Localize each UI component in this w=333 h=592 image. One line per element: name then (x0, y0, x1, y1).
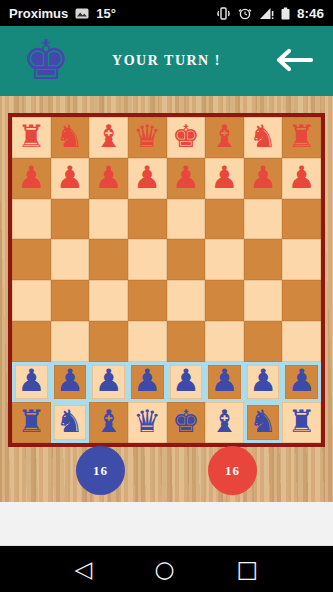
square-h2[interactable]: ♟ (282, 362, 321, 403)
square-a4[interactable] (12, 280, 51, 321)
square-a8[interactable]: ♜ (12, 117, 51, 158)
square-g4[interactable] (244, 280, 283, 321)
alarm-icon (238, 7, 252, 20)
red-pieces-counter: 16 (208, 446, 257, 495)
square-d7[interactable]: ♟ (128, 158, 167, 199)
square-d3[interactable] (128, 321, 167, 362)
back-arrow-button[interactable] (271, 46, 315, 78)
square-f4[interactable] (205, 280, 244, 321)
bottom-spacer (0, 502, 333, 546)
square-h4[interactable] (282, 280, 321, 321)
square-a7[interactable]: ♟ (12, 158, 51, 199)
nav-recents-icon[interactable]: □ (237, 558, 259, 581)
square-g7[interactable]: ♟ (244, 158, 283, 199)
status-bar: Proximus 15° (0, 0, 333, 26)
square-c2[interactable]: ♟ (89, 362, 128, 403)
blue-pawn-piece: ♟ (133, 365, 161, 396)
square-e7[interactable]: ♟ (167, 158, 206, 199)
square-e6[interactable] (167, 199, 206, 240)
red-bishop-piece: ♝ (95, 121, 123, 152)
red-pawn-piece: ♟ (211, 162, 239, 193)
square-c7[interactable]: ♟ (89, 158, 128, 199)
blue-bishop-piece: ♝ (211, 406, 239, 437)
square-g3[interactable] (244, 321, 283, 362)
square-g2[interactable]: ♟ (244, 362, 283, 403)
red-rook-piece: ♜ (288, 121, 316, 152)
battery-icon (281, 7, 290, 20)
square-h1[interactable]: ♜ (282, 402, 321, 443)
square-h5[interactable] (282, 239, 321, 280)
blue-bishop-piece: ♝ (95, 406, 123, 437)
red-queen-piece: ♛ (133, 121, 161, 152)
app-header: ♚ YOUR TURN ! (0, 26, 333, 96)
square-d1[interactable]: ♛ (128, 402, 167, 443)
red-pawn-piece: ♟ (95, 162, 123, 193)
blue-pawn-piece: ♟ (249, 365, 277, 396)
square-f5[interactable] (205, 239, 244, 280)
square-b4[interactable] (51, 280, 90, 321)
clock-label: 8:46 (297, 6, 324, 21)
square-c6[interactable] (89, 199, 128, 240)
red-knight-piece: ♞ (56, 121, 84, 152)
square-a2[interactable]: ♟ (12, 362, 51, 403)
square-b7[interactable]: ♟ (51, 158, 90, 199)
square-b2[interactable]: ♟ (51, 362, 90, 403)
nav-back-icon[interactable]: ◁ (75, 558, 93, 581)
square-a5[interactable] (12, 239, 51, 280)
square-c4[interactable] (89, 280, 128, 321)
square-d5[interactable] (128, 239, 167, 280)
square-b3[interactable] (51, 321, 90, 362)
red-rook-piece: ♜ (17, 121, 45, 152)
blue-rook-piece: ♜ (288, 406, 316, 437)
square-a3[interactable] (12, 321, 51, 362)
square-d8[interactable]: ♛ (128, 117, 167, 158)
square-g1[interactable]: ♞ (244, 402, 283, 443)
blue-pawn-piece: ♟ (211, 365, 239, 396)
blue-pawn-piece: ♟ (95, 365, 123, 396)
square-f3[interactable] (205, 321, 244, 362)
square-b5[interactable] (51, 239, 90, 280)
nav-home-icon[interactable]: ○ (154, 558, 174, 581)
square-f2[interactable]: ♟ (205, 362, 244, 403)
square-h7[interactable]: ♟ (282, 158, 321, 199)
square-e2[interactable]: ♟ (167, 362, 206, 403)
square-h6[interactable] (282, 199, 321, 240)
square-d4[interactable] (128, 280, 167, 321)
vibrate-icon (216, 7, 231, 20)
blue-pawn-piece: ♟ (288, 365, 316, 396)
red-count-label: 16 (225, 463, 240, 479)
blue-queen-piece: ♛ (133, 406, 161, 437)
red-pawn-piece: ♟ (17, 162, 45, 193)
red-pawn-piece: ♟ (249, 162, 277, 193)
square-h8[interactable]: ♜ (282, 117, 321, 158)
square-f7[interactable]: ♟ (205, 158, 244, 199)
square-g6[interactable] (244, 199, 283, 240)
square-e3[interactable] (167, 321, 206, 362)
signal-alert-icon (259, 7, 274, 20)
blue-rook-piece: ♜ (17, 406, 45, 437)
square-g5[interactable] (244, 239, 283, 280)
blue-king-piece: ♚ (172, 406, 200, 437)
red-bishop-piece: ♝ (211, 121, 239, 152)
red-pawn-piece: ♟ (172, 162, 200, 193)
blue-knight-piece: ♞ (56, 406, 84, 437)
square-f1[interactable]: ♝ (205, 402, 244, 443)
square-f8[interactable]: ♝ (205, 117, 244, 158)
blue-pieces-counter: 16 (76, 446, 125, 495)
red-king-piece: ♚ (172, 121, 200, 152)
square-a6[interactable] (12, 199, 51, 240)
status-left: Proximus 15° (9, 6, 116, 21)
square-c8[interactable]: ♝ (89, 117, 128, 158)
blue-pawn-piece: ♟ (172, 365, 200, 396)
temperature-label: 15° (96, 6, 116, 21)
red-pawn-piece: ♟ (133, 162, 161, 193)
square-b8[interactable]: ♞ (51, 117, 90, 158)
picture-icon (75, 8, 89, 19)
square-b6[interactable] (51, 199, 90, 240)
android-nav-bar: ◁ ○ □ (0, 546, 333, 592)
status-right: 8:46 (216, 6, 324, 21)
square-c1[interactable]: ♝ (89, 402, 128, 443)
carrier-label: Proximus (9, 6, 68, 21)
square-e5[interactable] (167, 239, 206, 280)
app-screen: Proximus 15° (0, 0, 333, 592)
square-a1[interactable]: ♜ (12, 402, 51, 443)
square-b1[interactable]: ♞ (51, 402, 90, 443)
square-c3[interactable] (89, 321, 128, 362)
blue-count-label: 16 (93, 463, 108, 479)
square-e8[interactable]: ♚ (167, 117, 206, 158)
red-knight-piece: ♞ (249, 121, 277, 152)
square-e4[interactable] (167, 280, 206, 321)
blue-pawn-piece: ♟ (56, 365, 84, 396)
blue-pawn-piece: ♟ (17, 365, 45, 396)
square-h3[interactable] (282, 321, 321, 362)
red-pawn-piece: ♟ (56, 162, 84, 193)
square-e1[interactable]: ♚ (167, 402, 206, 443)
red-pawn-piece: ♟ (288, 162, 316, 193)
square-d6[interactable] (128, 199, 167, 240)
square-f6[interactable] (205, 199, 244, 240)
square-g8[interactable]: ♞ (244, 117, 283, 158)
square-d2[interactable]: ♟ (128, 362, 167, 403)
wood-background: ♜♞♝♛♚♝♞♜♟♟♟♟♟♟♟♟♟♟♟♟♟♟♟♟♜♞♝♛♚♝♞♜ 16 16 (0, 96, 333, 502)
blue-knight-piece: ♞ (249, 406, 277, 437)
chess-board: ♜♞♝♛♚♝♞♜♟♟♟♟♟♟♟♟♟♟♟♟♟♟♟♟♜♞♝♛♚♝♞♜ (8, 113, 325, 447)
square-c5[interactable] (89, 239, 128, 280)
